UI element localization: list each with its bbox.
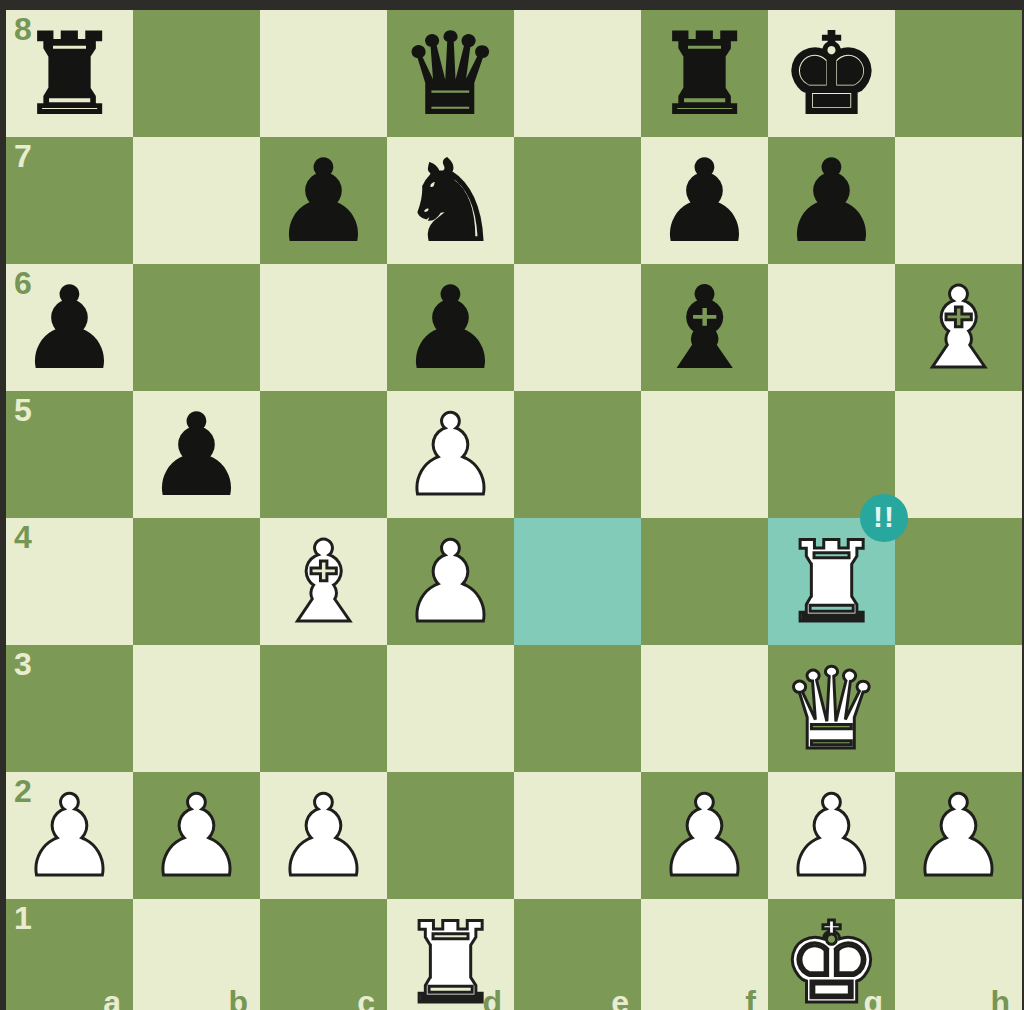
square-a8[interactable]: 8♜ (6, 10, 133, 137)
file-label-h: h (990, 986, 1010, 1010)
rank-label-3: 3 (14, 648, 32, 680)
square-e5[interactable] (514, 391, 641, 518)
piece-black-pawn[interactable]: ♟ (133, 391, 260, 518)
piece-white-pawn[interactable]: ♟ (260, 772, 387, 899)
piece-white-bishop[interactable]: ♝ (260, 518, 387, 645)
piece-black-king[interactable]: ♚ (768, 10, 895, 137)
rank-label-8: 8 (14, 13, 32, 45)
piece-white-pawn[interactable]: ♟ (387, 518, 514, 645)
square-b6[interactable] (133, 264, 260, 391)
square-a4[interactable]: 4 (6, 518, 133, 645)
file-label-f: f (745, 986, 756, 1010)
square-a2[interactable]: 2♟ (6, 772, 133, 899)
square-e4[interactable] (514, 518, 641, 645)
chess-board: 8♜♛♜♚7♟♞♟♟6♟♟♝♝5♟♟4♝♟♜3♛2♟♟♟♟♟♟1abcd♜efg… (6, 10, 1022, 1010)
square-c1[interactable]: c (260, 899, 387, 1010)
square-a7[interactable]: 7 (6, 137, 133, 264)
piece-white-pawn[interactable]: ♟ (768, 772, 895, 899)
square-f3[interactable] (641, 645, 768, 772)
square-h7[interactable] (895, 137, 1022, 264)
piece-white-pawn[interactable]: ♟ (895, 772, 1022, 899)
rank-label-6: 6 (14, 267, 32, 299)
square-h5[interactable] (895, 391, 1022, 518)
square-a1[interactable]: 1a (6, 899, 133, 1010)
square-f2[interactable]: ♟ (641, 772, 768, 899)
brilliant-move-symbol: !! (873, 502, 895, 532)
rank-label-4: 4 (14, 521, 32, 553)
rank-label-7: 7 (14, 140, 32, 172)
rank-label-2: 2 (14, 775, 32, 807)
square-h2[interactable]: ♟ (895, 772, 1022, 899)
board-frame: 8♜♛♜♚7♟♞♟♟6♟♟♝♝5♟♟4♝♟♜3♛2♟♟♟♟♟♟1abcd♜efg… (0, 0, 1024, 1010)
square-d7[interactable]: ♞ (387, 137, 514, 264)
square-g1[interactable]: g♚ (768, 899, 895, 1010)
square-g2[interactable]: ♟ (768, 772, 895, 899)
square-f1[interactable]: f (641, 899, 768, 1010)
piece-black-pawn[interactable]: ♟ (387, 264, 514, 391)
piece-black-bishop[interactable]: ♝ (641, 264, 768, 391)
square-d1[interactable]: d♜ (387, 899, 514, 1010)
piece-white-pawn[interactable]: ♟ (133, 772, 260, 899)
square-e6[interactable] (514, 264, 641, 391)
square-c4[interactable]: ♝ (260, 518, 387, 645)
square-b3[interactable] (133, 645, 260, 772)
square-e1[interactable]: e (514, 899, 641, 1010)
square-g6[interactable] (768, 264, 895, 391)
square-b2[interactable]: ♟ (133, 772, 260, 899)
file-label-g: g (863, 986, 883, 1010)
square-f6[interactable]: ♝ (641, 264, 768, 391)
square-d5[interactable]: ♟ (387, 391, 514, 518)
file-label-a: a (103, 986, 121, 1010)
square-d8[interactable]: ♛ (387, 10, 514, 137)
square-c2[interactable]: ♟ (260, 772, 387, 899)
square-h1[interactable]: h (895, 899, 1022, 1010)
square-d4[interactable]: ♟ (387, 518, 514, 645)
file-label-b: b (228, 986, 248, 1010)
square-b5[interactable]: ♟ (133, 391, 260, 518)
square-g3[interactable]: ♛ (768, 645, 895, 772)
square-d2[interactable] (387, 772, 514, 899)
square-e3[interactable] (514, 645, 641, 772)
rank-label-5: 5 (14, 394, 32, 426)
square-a5[interactable]: 5 (6, 391, 133, 518)
square-g7[interactable]: ♟ (768, 137, 895, 264)
piece-white-queen[interactable]: ♛ (768, 645, 895, 772)
brilliant-move-badge: !! (860, 494, 908, 542)
rank-label-1: 1 (14, 902, 32, 934)
file-label-d: d (482, 986, 502, 1010)
square-h8[interactable] (895, 10, 1022, 137)
square-c3[interactable] (260, 645, 387, 772)
file-label-c: c (357, 986, 375, 1010)
square-e2[interactable] (514, 772, 641, 899)
square-f7[interactable]: ♟ (641, 137, 768, 264)
piece-white-bishop[interactable]: ♝ (895, 264, 1022, 391)
square-a6[interactable]: 6♟ (6, 264, 133, 391)
square-g8[interactable]: ♚ (768, 10, 895, 137)
piece-white-pawn[interactable]: ♟ (641, 772, 768, 899)
square-h4[interactable] (895, 518, 1022, 645)
square-e8[interactable] (514, 10, 641, 137)
square-c8[interactable] (260, 10, 387, 137)
piece-black-pawn[interactable]: ♟ (641, 137, 768, 264)
piece-black-queen[interactable]: ♛ (387, 10, 514, 137)
square-a3[interactable]: 3 (6, 645, 133, 772)
square-h3[interactable] (895, 645, 1022, 772)
square-f4[interactable] (641, 518, 768, 645)
square-f8[interactable]: ♜ (641, 10, 768, 137)
square-b1[interactable]: b (133, 899, 260, 1010)
square-f5[interactable] (641, 391, 768, 518)
file-label-e: e (611, 986, 629, 1010)
square-d3[interactable] (387, 645, 514, 772)
piece-white-pawn[interactable]: ♟ (387, 391, 514, 518)
piece-black-pawn[interactable]: ♟ (768, 137, 895, 264)
square-h6[interactable]: ♝ (895, 264, 1022, 391)
square-b7[interactable] (133, 137, 260, 264)
square-b4[interactable] (133, 518, 260, 645)
square-b8[interactable] (133, 10, 260, 137)
piece-black-pawn[interactable]: ♟ (260, 137, 387, 264)
square-e7[interactable] (514, 137, 641, 264)
square-d6[interactable]: ♟ (387, 264, 514, 391)
square-c7[interactable]: ♟ (260, 137, 387, 264)
piece-black-rook[interactable]: ♜ (641, 10, 768, 137)
square-c5[interactable] (260, 391, 387, 518)
square-c6[interactable] (260, 264, 387, 391)
piece-black-knight[interactable]: ♞ (387, 137, 514, 264)
